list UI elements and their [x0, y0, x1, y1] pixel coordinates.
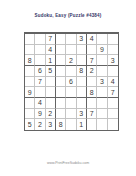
sudoku-cell-r5c6[interactable] [77, 77, 87, 88]
sudoku-cell-r6c7[interactable]: 8 [87, 87, 97, 98]
sudoku-cell-r1c9[interactable] [108, 34, 118, 45]
sudoku-cell-r5c9[interactable]: 4 [108, 77, 118, 88]
sudoku-cell-r4c5[interactable] [66, 66, 76, 77]
sudoku-cell-r1c5[interactable] [66, 34, 76, 45]
sudoku-cell-r4c4[interactable] [56, 66, 66, 77]
sudoku-cell-r1c7[interactable]: 4 [87, 34, 97, 45]
sudoku-cell-r4c8[interactable] [97, 66, 107, 77]
sudoku-cell-r9c3[interactable]: 3 [46, 119, 56, 130]
sudoku-cell-r8c4[interactable] [56, 109, 66, 120]
sudoku-cell-r1c2[interactable] [35, 34, 45, 45]
sudoku-cell-r3c5[interactable]: 2 [66, 55, 76, 66]
sudoku-cell-r2c9[interactable] [108, 45, 118, 56]
sudoku-cell-r1c3[interactable]: 7 [46, 34, 56, 45]
sudoku-cell-r6c3[interactable] [46, 87, 56, 98]
sudoku-cell-r3c3[interactable]: 1 [46, 55, 56, 66]
sudoku-cell-r8c8[interactable] [97, 109, 107, 120]
sudoku-cell-r3c1[interactable]: 8 [25, 55, 35, 66]
sudoku-cell-r8c9[interactable] [108, 109, 118, 120]
sudoku-cell-r2c1[interactable] [25, 45, 35, 56]
sudoku-cell-r7c8[interactable] [97, 98, 107, 109]
sudoku-cell-r9c2[interactable]: 2 [35, 119, 45, 130]
sudoku-cell-r6c9[interactable]: 7 [108, 87, 118, 98]
sudoku-cell-r7c1[interactable] [25, 98, 35, 109]
sudoku-cell-r7c2[interactable]: 4 [35, 98, 45, 109]
sudoku-cell-r7c7[interactable] [87, 98, 97, 109]
sudoku-cell-r2c5[interactable] [66, 45, 76, 56]
sudoku-cell-r5c7[interactable] [87, 77, 97, 88]
sudoku-cell-r5c3[interactable] [46, 77, 56, 88]
footer-url: www.PrintFreeSudoku.com [0, 161, 136, 165]
sudoku-cell-r7c3[interactable] [46, 98, 56, 109]
sudoku-cell-r3c7[interactable]: 7 [87, 55, 97, 66]
sudoku-cell-r9c4[interactable]: 8 [56, 119, 66, 130]
sudoku-cell-r2c4[interactable] [56, 45, 66, 56]
sudoku-cell-r3c4[interactable] [56, 55, 66, 66]
sudoku-cell-r9c1[interactable]: 5 [25, 119, 35, 130]
sudoku-cell-r8c3[interactable]: 2 [46, 109, 56, 120]
sudoku-cell-r3c9[interactable]: 3 [108, 55, 118, 66]
sudoku-cell-r9c5[interactable] [66, 119, 76, 130]
sudoku-cell-r2c6[interactable] [77, 45, 87, 56]
sudoku-cell-r6c4[interactable] [56, 87, 66, 98]
sudoku-cell-r2c8[interactable]: 9 [97, 45, 107, 56]
sudoku-cell-r5c1[interactable] [25, 77, 35, 88]
sudoku-cell-r3c6[interactable] [77, 55, 87, 66]
sudoku-cell-r8c5[interactable] [66, 109, 76, 120]
sudoku-cell-r4c3[interactable]: 5 [46, 66, 56, 77]
sudoku-cell-r5c2[interactable]: 7 [35, 77, 45, 88]
sudoku-cell-r2c7[interactable] [87, 45, 97, 56]
sudoku-cell-r9c7[interactable] [87, 119, 97, 130]
sudoku-cell-r4c6[interactable]: 8 [77, 66, 87, 77]
sudoku-cell-r7c5[interactable] [66, 98, 76, 109]
sudoku-cell-r5c5[interactable]: 6 [66, 77, 76, 88]
sudoku-cell-r1c6[interactable]: 3 [77, 34, 87, 45]
sudoku-cell-r6c8[interactable] [97, 87, 107, 98]
sudoku-cell-r4c2[interactable]: 6 [35, 66, 45, 77]
sudoku-cell-r2c3[interactable]: 4 [46, 45, 56, 56]
page-title: Sudoku, Easy (Puzzle #4384) [0, 13, 136, 18]
sudoku-cell-r6c1[interactable]: 9 [25, 87, 35, 98]
sudoku-cell-r1c8[interactable] [97, 34, 107, 45]
sudoku-cell-r6c6[interactable] [77, 87, 87, 98]
sudoku-cell-r7c9[interactable] [108, 98, 118, 109]
sudoku-board: 7344981273658276349874923752381 [24, 32, 119, 131]
sudoku-cell-r9c9[interactable] [108, 119, 118, 130]
sudoku-cell-r6c5[interactable] [66, 87, 76, 98]
sudoku-cell-r1c4[interactable] [56, 34, 66, 45]
sudoku-cell-r6c2[interactable] [35, 87, 45, 98]
sudoku-cell-r8c2[interactable]: 9 [35, 109, 45, 120]
sudoku-cell-r4c7[interactable]: 2 [87, 66, 97, 77]
sudoku-cell-r8c7[interactable]: 7 [87, 109, 97, 120]
sudoku-cell-r2c2[interactable] [35, 45, 45, 56]
sudoku-cell-r8c6[interactable]: 3 [77, 109, 87, 120]
sudoku-cell-r5c4[interactable] [56, 77, 66, 88]
sudoku-cell-r1c1[interactable] [25, 34, 35, 45]
sudoku-cell-r7c6[interactable] [77, 98, 87, 109]
sudoku-cell-r7c4[interactable] [56, 98, 66, 109]
sudoku-cell-r5c8[interactable]: 3 [97, 77, 107, 88]
sudoku-cell-r9c6[interactable]: 1 [77, 119, 87, 130]
sudoku-cell-r3c2[interactable] [35, 55, 45, 66]
sudoku-cell-r4c9[interactable] [108, 66, 118, 77]
sudoku-page: Sudoku, Easy (Puzzle #4384) 734498127365… [0, 0, 136, 176]
sudoku-cell-r4c1[interactable] [25, 66, 35, 77]
sudoku-cell-r8c1[interactable] [25, 109, 35, 120]
sudoku-cell-r9c8[interactable] [97, 119, 107, 130]
sudoku-cell-r3c8[interactable] [97, 55, 107, 66]
